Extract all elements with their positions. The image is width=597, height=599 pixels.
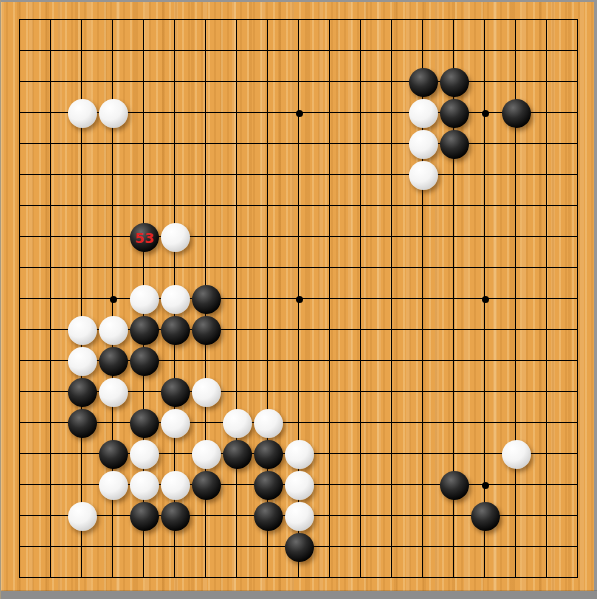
star-point	[110, 296, 117, 303]
white-stone	[68, 502, 97, 531]
white-stone	[99, 471, 128, 500]
black-stone	[440, 471, 469, 500]
black-stone	[130, 409, 159, 438]
white-stone	[161, 223, 190, 252]
black-stone	[192, 316, 221, 345]
black-stone	[68, 409, 97, 438]
white-stone	[161, 471, 190, 500]
black-stone	[440, 68, 469, 97]
black-stone	[285, 533, 314, 562]
white-stone	[130, 285, 159, 314]
white-stone	[161, 409, 190, 438]
white-stone	[161, 285, 190, 314]
black-stone	[161, 502, 190, 531]
white-stone	[409, 99, 438, 128]
white-stone	[99, 316, 128, 345]
black-stone	[409, 68, 438, 97]
black-stone	[254, 440, 283, 469]
white-stone	[130, 440, 159, 469]
black-stone	[440, 130, 469, 159]
black-stone	[161, 378, 190, 407]
black-stone	[99, 347, 128, 376]
white-stone	[285, 471, 314, 500]
board-frame-bottom	[0, 591, 597, 599]
white-stone	[254, 409, 283, 438]
move-number-label: 53	[135, 231, 154, 245]
white-stone	[68, 316, 97, 345]
black-stone	[192, 285, 221, 314]
white-stone	[68, 347, 97, 376]
white-stone	[130, 471, 159, 500]
black-stone	[99, 440, 128, 469]
black-stone	[130, 347, 159, 376]
white-stone	[409, 161, 438, 190]
black-stone	[471, 502, 500, 531]
white-stone	[409, 130, 438, 159]
black-stone	[192, 471, 221, 500]
white-stone	[68, 99, 97, 128]
black-stone	[223, 440, 252, 469]
go-board: 53	[0, 0, 597, 599]
black-stone	[130, 316, 159, 345]
black-stone	[502, 99, 531, 128]
board-frame-left	[0, 0, 1, 599]
star-point	[296, 110, 303, 117]
white-stone	[192, 440, 221, 469]
board-frame-top	[0, 0, 597, 2]
black-stone	[254, 471, 283, 500]
white-stone	[285, 440, 314, 469]
black-stone	[68, 378, 97, 407]
star-point	[296, 296, 303, 303]
black-stone	[130, 502, 159, 531]
white-stone	[223, 409, 252, 438]
white-stone	[502, 440, 531, 469]
star-point	[482, 482, 489, 489]
white-stone	[99, 99, 128, 128]
star-point	[482, 110, 489, 117]
black-stone	[440, 99, 469, 128]
black-stone	[161, 316, 190, 345]
board-grid[interactable]: 53	[19, 19, 578, 578]
white-stone	[192, 378, 221, 407]
black-stone: 53	[130, 223, 159, 252]
white-stone	[99, 378, 128, 407]
black-stone	[254, 502, 283, 531]
white-stone	[285, 502, 314, 531]
star-point	[482, 296, 489, 303]
